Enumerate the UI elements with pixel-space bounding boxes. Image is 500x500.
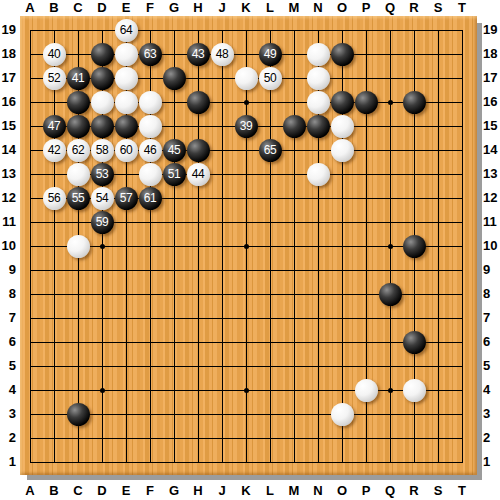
intersection[interactable] <box>330 450 354 474</box>
intersection[interactable] <box>210 138 234 162</box>
intersection[interactable] <box>258 378 282 402</box>
stone-black[interactable] <box>91 115 114 138</box>
intersection[interactable] <box>66 210 90 234</box>
intersection[interactable] <box>306 306 330 330</box>
intersection[interactable] <box>354 138 378 162</box>
intersection[interactable] <box>282 186 306 210</box>
intersection[interactable] <box>18 378 42 402</box>
intersection[interactable] <box>450 162 474 186</box>
intersection[interactable] <box>234 234 258 258</box>
intersection[interactable]: 57 <box>114 186 138 210</box>
intersection[interactable] <box>162 234 186 258</box>
intersection[interactable] <box>354 306 378 330</box>
intersection[interactable] <box>234 18 258 42</box>
intersection[interactable] <box>186 90 210 114</box>
stone-black[interactable]: 49 <box>259 43 282 66</box>
intersection[interactable] <box>114 162 138 186</box>
intersection[interactable]: 55 <box>66 186 90 210</box>
intersection[interactable]: 61 <box>138 186 162 210</box>
intersection[interactable] <box>450 114 474 138</box>
intersection[interactable] <box>354 354 378 378</box>
intersection[interactable] <box>42 234 66 258</box>
intersection[interactable] <box>330 282 354 306</box>
intersection[interactable] <box>114 282 138 306</box>
stone-black[interactable] <box>283 115 306 138</box>
intersection[interactable] <box>18 354 42 378</box>
intersection[interactable] <box>18 138 42 162</box>
stone-black[interactable] <box>307 115 330 138</box>
intersection[interactable] <box>210 18 234 42</box>
intersection[interactable] <box>42 330 66 354</box>
intersection[interactable] <box>258 354 282 378</box>
intersection[interactable] <box>138 66 162 90</box>
intersection[interactable] <box>114 258 138 282</box>
intersection[interactable]: 63 <box>138 42 162 66</box>
intersection[interactable] <box>378 42 402 66</box>
intersection[interactable] <box>138 450 162 474</box>
stone-black[interactable]: 61 <box>139 187 162 210</box>
intersection[interactable] <box>354 90 378 114</box>
intersection[interactable] <box>282 330 306 354</box>
stone-white[interactable] <box>403 379 426 402</box>
intersection[interactable] <box>426 378 450 402</box>
intersection[interactable] <box>450 186 474 210</box>
intersection[interactable] <box>210 210 234 234</box>
intersection[interactable] <box>18 114 42 138</box>
intersection[interactable] <box>138 282 162 306</box>
intersection[interactable] <box>210 330 234 354</box>
intersection[interactable]: 64 <box>114 18 138 42</box>
intersection[interactable] <box>354 426 378 450</box>
intersection[interactable] <box>330 234 354 258</box>
intersection[interactable]: 45 <box>162 138 186 162</box>
stone-black[interactable] <box>91 67 114 90</box>
intersection[interactable] <box>138 330 162 354</box>
intersection[interactable] <box>186 354 210 378</box>
intersection[interactable] <box>282 234 306 258</box>
stone-black[interactable] <box>67 403 90 426</box>
intersection[interactable]: 43 <box>186 42 210 66</box>
intersection[interactable] <box>330 186 354 210</box>
intersection[interactable] <box>402 354 426 378</box>
intersection[interactable] <box>138 162 162 186</box>
intersection[interactable] <box>330 258 354 282</box>
intersection[interactable] <box>402 90 426 114</box>
intersection[interactable] <box>402 114 426 138</box>
stone-black[interactable] <box>403 235 426 258</box>
intersection[interactable] <box>90 354 114 378</box>
intersection[interactable] <box>258 186 282 210</box>
intersection[interactable] <box>162 354 186 378</box>
stone-white[interactable]: 46 <box>139 139 162 162</box>
intersection[interactable] <box>402 258 426 282</box>
intersection[interactable] <box>114 378 138 402</box>
intersection[interactable] <box>42 90 66 114</box>
intersection[interactable] <box>162 306 186 330</box>
intersection[interactable] <box>90 18 114 42</box>
intersection[interactable] <box>330 138 354 162</box>
intersection[interactable] <box>186 18 210 42</box>
intersection[interactable] <box>210 186 234 210</box>
intersection[interactable] <box>42 450 66 474</box>
intersection[interactable] <box>450 426 474 450</box>
intersection[interactable] <box>114 354 138 378</box>
intersection[interactable] <box>90 90 114 114</box>
stone-white[interactable] <box>139 115 162 138</box>
intersection[interactable] <box>426 186 450 210</box>
intersection[interactable] <box>162 90 186 114</box>
intersection[interactable] <box>282 402 306 426</box>
intersection[interactable] <box>90 306 114 330</box>
stone-white[interactable]: 52 <box>43 67 66 90</box>
intersection[interactable] <box>186 426 210 450</box>
intersection[interactable] <box>186 306 210 330</box>
stone-white[interactable] <box>307 91 330 114</box>
stone-white[interactable]: 60 <box>115 139 138 162</box>
stone-white[interactable] <box>235 67 258 90</box>
intersection[interactable] <box>378 162 402 186</box>
intersection[interactable] <box>186 378 210 402</box>
intersection[interactable] <box>426 234 450 258</box>
intersection[interactable] <box>162 42 186 66</box>
intersection[interactable] <box>90 426 114 450</box>
intersection[interactable] <box>66 18 90 42</box>
stone-black[interactable] <box>187 91 210 114</box>
intersection[interactable] <box>330 162 354 186</box>
stone-black[interactable] <box>403 91 426 114</box>
stone-white[interactable] <box>67 235 90 258</box>
intersection[interactable] <box>354 258 378 282</box>
intersection[interactable] <box>282 138 306 162</box>
intersection[interactable] <box>42 354 66 378</box>
intersection[interactable] <box>306 426 330 450</box>
intersection[interactable] <box>210 354 234 378</box>
intersection[interactable] <box>258 330 282 354</box>
intersection[interactable] <box>42 402 66 426</box>
intersection[interactable] <box>186 138 210 162</box>
intersection[interactable] <box>402 282 426 306</box>
intersection[interactable] <box>66 330 90 354</box>
intersection[interactable] <box>234 42 258 66</box>
intersection[interactable]: 42 <box>42 138 66 162</box>
intersection[interactable] <box>138 234 162 258</box>
intersection[interactable] <box>186 210 210 234</box>
intersection[interactable] <box>426 354 450 378</box>
intersection[interactable] <box>114 90 138 114</box>
stone-white[interactable] <box>139 163 162 186</box>
stone-white[interactable]: 64 <box>115 19 138 42</box>
intersection[interactable] <box>306 258 330 282</box>
intersection[interactable] <box>402 66 426 90</box>
stone-white[interactable]: 40 <box>43 43 66 66</box>
intersection[interactable] <box>426 306 450 330</box>
intersection[interactable] <box>354 330 378 354</box>
intersection[interactable] <box>234 282 258 306</box>
intersection[interactable] <box>378 66 402 90</box>
intersection[interactable] <box>186 66 210 90</box>
intersection[interactable] <box>306 282 330 306</box>
intersection[interactable]: 49 <box>258 42 282 66</box>
intersection[interactable] <box>282 210 306 234</box>
intersection[interactable] <box>234 450 258 474</box>
intersection[interactable] <box>162 402 186 426</box>
intersection[interactable] <box>402 42 426 66</box>
intersection[interactable] <box>330 426 354 450</box>
intersection[interactable] <box>402 186 426 210</box>
intersection[interactable]: 65 <box>258 138 282 162</box>
intersection[interactable] <box>402 18 426 42</box>
intersection[interactable] <box>66 306 90 330</box>
intersection[interactable]: 48 <box>210 42 234 66</box>
intersection[interactable] <box>66 402 90 426</box>
intersection[interactable] <box>354 18 378 42</box>
intersection[interactable] <box>426 90 450 114</box>
intersection[interactable] <box>354 66 378 90</box>
intersection[interactable] <box>258 306 282 330</box>
stone-white[interactable] <box>331 139 354 162</box>
intersection[interactable] <box>282 378 306 402</box>
intersection[interactable] <box>258 18 282 42</box>
intersection[interactable] <box>402 162 426 186</box>
intersection[interactable] <box>426 258 450 282</box>
intersection[interactable]: 47 <box>42 114 66 138</box>
stone-white[interactable]: 56 <box>43 187 66 210</box>
intersection[interactable] <box>186 186 210 210</box>
intersection[interactable] <box>18 162 42 186</box>
stone-white[interactable]: 50 <box>259 67 282 90</box>
intersection[interactable] <box>162 426 186 450</box>
intersection[interactable] <box>234 90 258 114</box>
intersection[interactable] <box>426 282 450 306</box>
intersection[interactable] <box>426 114 450 138</box>
intersection[interactable] <box>450 18 474 42</box>
intersection[interactable] <box>162 66 186 90</box>
intersection[interactable] <box>426 210 450 234</box>
intersection[interactable] <box>258 450 282 474</box>
intersection[interactable] <box>258 114 282 138</box>
intersection[interactable] <box>402 210 426 234</box>
intersection[interactable] <box>378 138 402 162</box>
intersection[interactable] <box>138 354 162 378</box>
intersection[interactable] <box>138 210 162 234</box>
intersection[interactable] <box>18 186 42 210</box>
intersection[interactable]: 46 <box>138 138 162 162</box>
intersection[interactable] <box>426 42 450 66</box>
intersection[interactable] <box>18 402 42 426</box>
stone-black[interactable]: 63 <box>139 43 162 66</box>
intersection[interactable]: 54 <box>90 186 114 210</box>
intersection[interactable] <box>210 306 234 330</box>
intersection[interactable] <box>138 18 162 42</box>
stone-black[interactable]: 43 <box>187 43 210 66</box>
intersection[interactable] <box>426 18 450 42</box>
intersection[interactable] <box>210 426 234 450</box>
intersection[interactable] <box>450 354 474 378</box>
intersection[interactable] <box>330 66 354 90</box>
intersection[interactable]: 50 <box>258 66 282 90</box>
stone-white[interactable] <box>307 67 330 90</box>
stone-black[interactable]: 57 <box>115 187 138 210</box>
intersection[interactable] <box>162 330 186 354</box>
stone-white[interactable]: 42 <box>43 139 66 162</box>
intersection[interactable] <box>450 42 474 66</box>
intersection[interactable] <box>90 114 114 138</box>
intersection[interactable] <box>66 282 90 306</box>
intersection[interactable] <box>450 138 474 162</box>
stone-white[interactable]: 54 <box>91 187 114 210</box>
intersection[interactable] <box>378 354 402 378</box>
intersection[interactable] <box>162 18 186 42</box>
intersection[interactable] <box>306 234 330 258</box>
intersection[interactable] <box>210 378 234 402</box>
intersection[interactable] <box>330 402 354 426</box>
stone-black[interactable]: 51 <box>163 163 186 186</box>
intersection[interactable] <box>186 450 210 474</box>
intersection[interactable] <box>354 234 378 258</box>
intersection[interactable] <box>42 282 66 306</box>
intersection[interactable] <box>66 114 90 138</box>
intersection[interactable] <box>306 114 330 138</box>
intersection[interactable] <box>234 330 258 354</box>
intersection[interactable] <box>306 210 330 234</box>
intersection[interactable] <box>402 138 426 162</box>
intersection[interactable] <box>18 210 42 234</box>
intersection[interactable] <box>450 234 474 258</box>
stone-black[interactable] <box>67 115 90 138</box>
intersection[interactable] <box>354 450 378 474</box>
intersection[interactable] <box>42 426 66 450</box>
intersection[interactable] <box>66 354 90 378</box>
intersection[interactable] <box>66 90 90 114</box>
stone-black[interactable] <box>331 43 354 66</box>
intersection[interactable] <box>306 378 330 402</box>
intersection[interactable] <box>354 282 378 306</box>
stone-white[interactable] <box>307 163 330 186</box>
stone-white[interactable] <box>67 163 90 186</box>
intersection[interactable] <box>90 66 114 90</box>
intersection[interactable] <box>378 450 402 474</box>
intersection[interactable] <box>90 402 114 426</box>
intersection[interactable] <box>42 210 66 234</box>
intersection[interactable]: 52 <box>42 66 66 90</box>
stone-black[interactable] <box>331 91 354 114</box>
stone-white[interactable] <box>331 115 354 138</box>
intersection[interactable]: 39 <box>234 114 258 138</box>
intersection[interactable] <box>426 402 450 426</box>
intersection[interactable] <box>330 306 354 330</box>
stone-black[interactable] <box>91 43 114 66</box>
intersection[interactable] <box>378 186 402 210</box>
intersection[interactable] <box>114 450 138 474</box>
intersection[interactable] <box>138 426 162 450</box>
intersection[interactable] <box>258 258 282 282</box>
intersection[interactable] <box>186 114 210 138</box>
intersection[interactable] <box>18 42 42 66</box>
intersection[interactable] <box>306 354 330 378</box>
intersection[interactable] <box>330 330 354 354</box>
intersection[interactable] <box>138 258 162 282</box>
intersection[interactable] <box>354 42 378 66</box>
intersection[interactable] <box>138 114 162 138</box>
stone-white[interactable]: 58 <box>91 139 114 162</box>
intersection[interactable] <box>402 330 426 354</box>
intersection[interactable] <box>138 402 162 426</box>
stone-black[interactable]: 59 <box>91 211 114 234</box>
intersection[interactable] <box>378 426 402 450</box>
intersection[interactable] <box>114 42 138 66</box>
intersection[interactable] <box>378 282 402 306</box>
intersection[interactable] <box>234 354 258 378</box>
stone-white[interactable] <box>307 43 330 66</box>
intersection[interactable] <box>378 402 402 426</box>
intersection[interactable] <box>426 330 450 354</box>
intersection[interactable] <box>18 282 42 306</box>
intersection[interactable] <box>282 306 306 330</box>
intersection[interactable] <box>210 66 234 90</box>
intersection[interactable] <box>210 90 234 114</box>
intersection[interactable] <box>18 330 42 354</box>
stone-black[interactable] <box>163 67 186 90</box>
intersection[interactable] <box>18 450 42 474</box>
intersection[interactable] <box>450 66 474 90</box>
stone-white[interactable]: 48 <box>211 43 234 66</box>
intersection[interactable] <box>234 402 258 426</box>
intersection[interactable] <box>306 162 330 186</box>
intersection[interactable] <box>354 402 378 426</box>
intersection[interactable] <box>378 378 402 402</box>
intersection[interactable] <box>354 210 378 234</box>
intersection[interactable] <box>402 306 426 330</box>
intersection[interactable] <box>402 450 426 474</box>
stone-white[interactable] <box>91 91 114 114</box>
intersection[interactable] <box>330 42 354 66</box>
intersection[interactable] <box>282 282 306 306</box>
intersection[interactable] <box>282 450 306 474</box>
intersection[interactable]: 59 <box>90 210 114 234</box>
intersection[interactable] <box>138 306 162 330</box>
intersection[interactable] <box>306 66 330 90</box>
intersection[interactable] <box>18 426 42 450</box>
intersection[interactable] <box>186 234 210 258</box>
intersection[interactable] <box>114 234 138 258</box>
intersection[interactable] <box>330 90 354 114</box>
intersection[interactable] <box>162 210 186 234</box>
intersection[interactable] <box>258 426 282 450</box>
intersection[interactable] <box>306 186 330 210</box>
intersection[interactable] <box>258 234 282 258</box>
intersection[interactable] <box>90 282 114 306</box>
intersection[interactable] <box>18 234 42 258</box>
intersection[interactable] <box>162 114 186 138</box>
intersection[interactable]: 58 <box>90 138 114 162</box>
intersection[interactable] <box>282 162 306 186</box>
intersection[interactable] <box>18 66 42 90</box>
intersection[interactable] <box>162 258 186 282</box>
intersection[interactable] <box>186 258 210 282</box>
intersection[interactable]: 62 <box>66 138 90 162</box>
intersection[interactable] <box>378 114 402 138</box>
intersection[interactable] <box>258 402 282 426</box>
intersection[interactable] <box>450 90 474 114</box>
intersection[interactable] <box>234 138 258 162</box>
intersection[interactable] <box>282 354 306 378</box>
intersection[interactable] <box>234 378 258 402</box>
intersection[interactable] <box>114 66 138 90</box>
intersection[interactable] <box>234 186 258 210</box>
intersection[interactable] <box>18 306 42 330</box>
intersection[interactable] <box>306 42 330 66</box>
intersection[interactable] <box>42 378 66 402</box>
